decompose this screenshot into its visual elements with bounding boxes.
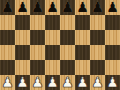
square-g7[interactable]: ♟ [90, 0, 105, 15]
piece-black-pawn[interactable]: ♟ [30, 0, 45, 15]
square-e4[interactable] [60, 45, 75, 60]
square-d7[interactable]: ♟ [45, 0, 60, 15]
piece-black-pawn[interactable]: ♟ [105, 0, 120, 15]
piece-white-pawn[interactable]: ♟ [15, 75, 30, 90]
square-f6[interactable] [75, 15, 90, 30]
square-e3[interactable] [60, 60, 75, 75]
piece-black-pawn[interactable]: ♟ [15, 0, 30, 15]
piece-black-pawn[interactable]: ♟ [75, 0, 90, 15]
square-d3[interactable] [45, 60, 60, 75]
square-a4[interactable] [0, 45, 15, 60]
piece-white-pawn[interactable]: ♟ [60, 75, 75, 90]
square-h7[interactable]: ♟ [105, 0, 120, 15]
square-b3[interactable] [15, 60, 30, 75]
square-b5[interactable] [15, 30, 30, 45]
square-a7[interactable]: ♟ [0, 0, 15, 15]
square-h4[interactable] [105, 45, 120, 60]
square-c5[interactable] [30, 30, 45, 45]
square-f3[interactable] [75, 60, 90, 75]
square-d6[interactable] [45, 15, 60, 30]
square-e7[interactable]: ♟ [60, 0, 75, 15]
square-c6[interactable] [30, 15, 45, 30]
piece-white-pawn[interactable]: ♟ [45, 75, 60, 90]
piece-black-pawn[interactable]: ♟ [45, 0, 60, 15]
square-g4[interactable] [90, 45, 105, 60]
square-b7[interactable]: ♟ [15, 0, 30, 15]
square-e2[interactable]: ♟ [60, 75, 75, 90]
square-a6[interactable] [0, 15, 15, 30]
square-f7[interactable]: ♟ [75, 0, 90, 15]
square-c4[interactable] [30, 45, 45, 60]
chess-board: ♟♟♟♟♟♟♟♟♟♟♟♟♟♟♟♟ [0, 0, 120, 90]
square-g3[interactable] [90, 60, 105, 75]
piece-black-pawn[interactable]: ♟ [60, 0, 75, 15]
square-b6[interactable] [15, 15, 30, 30]
square-f2[interactable]: ♟ [75, 75, 90, 90]
square-e6[interactable] [60, 15, 75, 30]
square-f5[interactable] [75, 30, 90, 45]
square-f4[interactable] [75, 45, 90, 60]
square-c2[interactable]: ♟ [30, 75, 45, 90]
square-a5[interactable] [0, 30, 15, 45]
piece-white-pawn[interactable]: ♟ [30, 75, 45, 90]
piece-white-pawn[interactable]: ♟ [75, 75, 90, 90]
square-a3[interactable] [0, 60, 15, 75]
square-g5[interactable] [90, 30, 105, 45]
piece-white-pawn[interactable]: ♟ [90, 75, 105, 90]
piece-white-pawn[interactable]: ♟ [105, 75, 120, 90]
square-d4[interactable] [45, 45, 60, 60]
square-h3[interactable] [105, 60, 120, 75]
square-g6[interactable] [90, 15, 105, 30]
square-a2[interactable]: ♟ [0, 75, 15, 90]
square-c3[interactable] [30, 60, 45, 75]
square-h5[interactable] [105, 30, 120, 45]
square-e5[interactable] [60, 30, 75, 45]
piece-white-pawn[interactable]: ♟ [0, 75, 15, 90]
square-b4[interactable] [15, 45, 30, 60]
square-c7[interactable]: ♟ [30, 0, 45, 15]
square-d5[interactable] [45, 30, 60, 45]
square-d2[interactable]: ♟ [45, 75, 60, 90]
square-h2[interactable]: ♟ [105, 75, 120, 90]
piece-black-pawn[interactable]: ♟ [0, 0, 15, 15]
square-g2[interactable]: ♟ [90, 75, 105, 90]
square-b2[interactable]: ♟ [15, 75, 30, 90]
square-h6[interactable] [105, 15, 120, 30]
piece-black-pawn[interactable]: ♟ [90, 0, 105, 15]
